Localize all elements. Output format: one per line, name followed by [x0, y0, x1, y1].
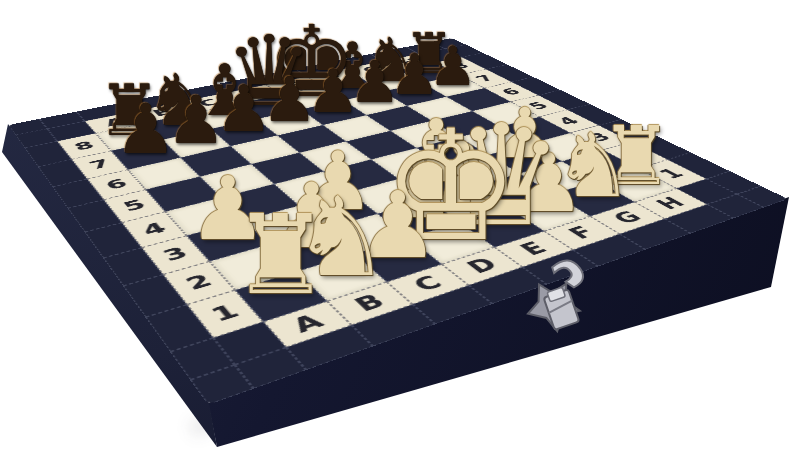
product-photo-scene: ABCDEFGH8877665544332211ABCDEFGH ♜♞♝♛♚♝♞…: [0, 0, 800, 459]
